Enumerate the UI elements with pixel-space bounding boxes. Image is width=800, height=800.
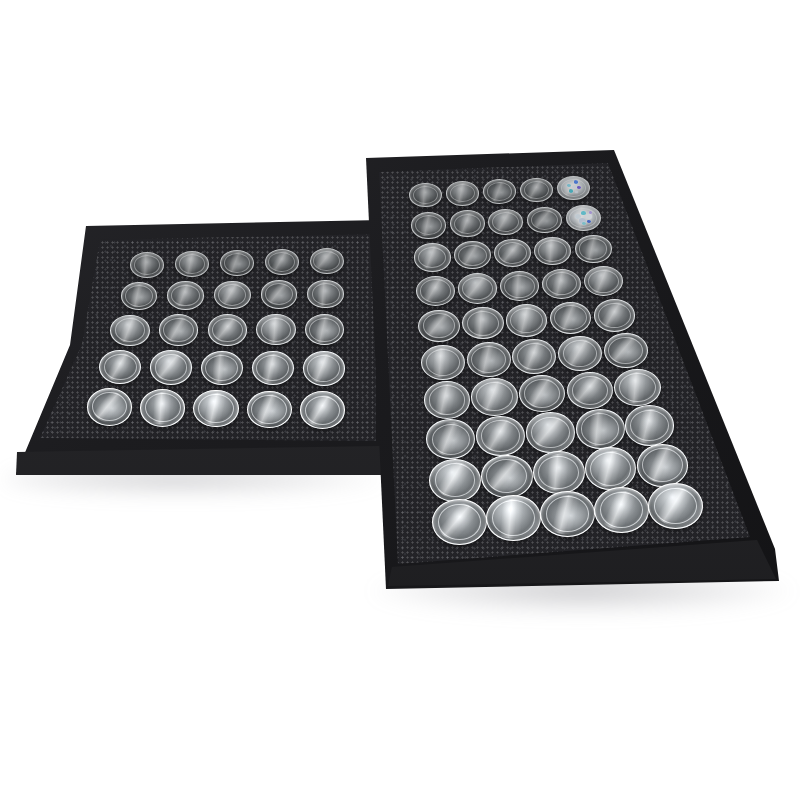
product-photo-scene	[0, 0, 800, 800]
